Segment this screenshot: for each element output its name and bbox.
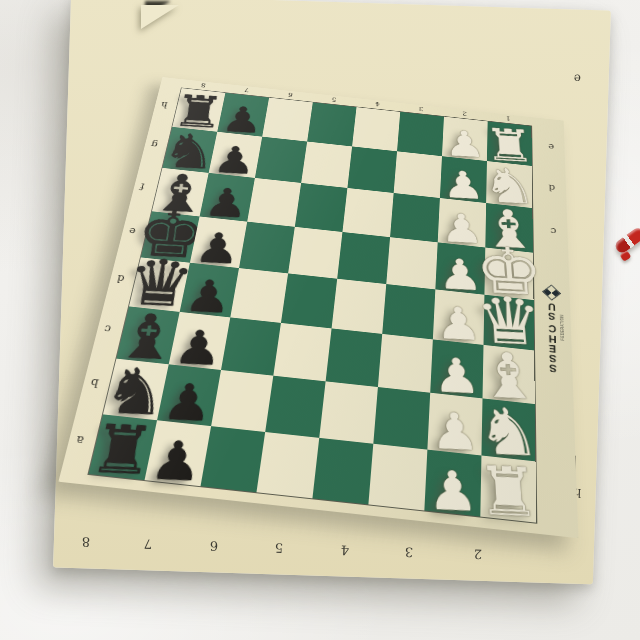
square-d6 <box>230 268 288 323</box>
rank-label-top-7: 7 <box>244 87 250 93</box>
file-label-left-e: e <box>128 226 137 237</box>
square-d5 <box>281 273 337 328</box>
square-b7: ♟ <box>157 364 221 426</box>
square-d7: ♟ <box>180 263 239 318</box>
square-h4 <box>352 107 400 151</box>
square-a3 <box>368 444 427 511</box>
wordmark-char: S <box>548 311 555 321</box>
black-pawn-a7: ♟ <box>148 434 205 489</box>
rank-label-top-5: 5 <box>331 96 336 102</box>
square-e5 <box>288 227 342 279</box>
square-c6 <box>221 317 281 375</box>
square-e4 <box>337 232 390 284</box>
us-chess-wordmark: USCHESS <box>547 302 557 374</box>
square-d4 <box>332 279 387 334</box>
white-pawn-a2: ♟ <box>427 463 480 519</box>
under-board-rank-label-3: 3 <box>405 544 414 559</box>
square-g3 <box>394 151 442 198</box>
file-label-left-h: h <box>160 100 168 109</box>
square-c3 <box>378 334 433 393</box>
under-board-file-label-e: e <box>574 71 582 85</box>
under-board-rank-label-7: 7 <box>144 536 153 551</box>
file-label-left-d: d <box>116 273 126 284</box>
square-a2: ♟ <box>424 450 481 517</box>
square-c4 <box>326 328 383 387</box>
square-b4 <box>319 381 378 443</box>
square-f3 <box>390 193 440 242</box>
file-label-left-c: c <box>103 323 112 335</box>
rank-label-top-6: 6 <box>288 91 293 97</box>
square-e6 <box>239 222 295 274</box>
under-board-rank-label-6: 6 <box>210 538 219 553</box>
square-c7: ♟ <box>169 312 231 370</box>
square-h2: ♟ <box>442 117 488 161</box>
square-h5 <box>307 102 356 146</box>
file-label-right-d: d <box>549 183 556 193</box>
file-label-left-f: f <box>139 181 145 191</box>
file-label-left-a: a <box>75 433 85 447</box>
square-g5 <box>301 142 352 188</box>
under-board-rank-label-4: 4 <box>341 542 350 557</box>
square-g2: ♟ <box>440 156 487 203</box>
square-g4 <box>347 146 397 193</box>
rank-label-top-4: 4 <box>375 101 380 107</box>
square-f6 <box>247 178 301 227</box>
square-b5 <box>265 376 325 438</box>
square-b6 <box>211 370 273 432</box>
us-chess-logo-icon <box>543 286 559 300</box>
us-chess-logo: USCHESS FEDERATION <box>535 286 570 375</box>
white-rook-a1: ♜ <box>475 457 542 527</box>
rank-label-top-3: 3 <box>419 106 424 112</box>
square-g7: ♟ <box>209 132 263 178</box>
federation-label: FEDERATION <box>560 314 565 340</box>
under-board-rank-label-5: 5 <box>275 540 284 555</box>
square-e3 <box>386 237 437 289</box>
square-e7: ♟ <box>190 216 247 268</box>
square-f5 <box>295 183 348 232</box>
square-d3 <box>382 284 435 339</box>
square-f4 <box>342 188 393 237</box>
square-a6 <box>201 426 266 492</box>
square-h7: ♟ <box>217 93 269 137</box>
square-h6 <box>262 98 313 142</box>
square-h3 <box>397 112 444 156</box>
square-a1: ♜ <box>480 455 536 522</box>
board-grid: ♜♟♟♜♞♟♟♞♝♟♟♝♚♟♟♚♛♟♟♛♝♟♟♝♞♟♟♞♜♟♟♜ <box>87 87 537 523</box>
square-b3 <box>373 387 430 450</box>
square-b2: ♟ <box>427 393 482 456</box>
file-label-left-g: g <box>150 140 159 150</box>
under-board-rank-label-8: 8 <box>82 534 91 549</box>
photo-scene: 8765432efah ♜♟♟♜♞♟♟♞♝♟♟♝♚♟♟♚♛♟♟♛♝♟♟♝♞♟♟♞… <box>0 0 640 640</box>
rank-label-top-2: 2 <box>462 110 467 116</box>
wordmark-char: S <box>549 363 557 374</box>
square-a5 <box>256 432 319 498</box>
file-label-right-e: e <box>548 142 554 151</box>
square-a4 <box>312 438 373 505</box>
file-label-left-b: b <box>89 376 99 389</box>
file-label-right-c: c <box>551 226 557 236</box>
square-c5 <box>273 323 331 381</box>
under-board-rank-label-2: 2 <box>474 547 483 562</box>
square-g6 <box>255 137 307 183</box>
rank-label-top-1: 1 <box>506 115 511 121</box>
